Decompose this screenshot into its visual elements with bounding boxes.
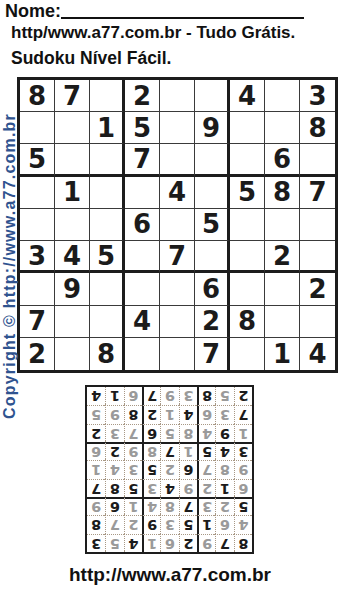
main-cell-r6c5: 7 (160, 241, 195, 273)
solution-cell-r6c1: 3 (234, 442, 252, 460)
main-cell-r5c5 (160, 209, 195, 241)
solution-cell-r5c6: 5 (142, 460, 160, 478)
main-cell-r9c2 (55, 338, 90, 370)
main-cell-r6c8: 2 (265, 241, 300, 273)
solution-cell-r1c4: 2 (179, 534, 197, 552)
main-cell-r8c9 (300, 306, 335, 338)
solution-cell-r4c1: 6 (234, 479, 252, 497)
solution-cell-r5c3: 7 (197, 460, 215, 478)
solution-cell-r1c1: 8 (234, 534, 252, 552)
copyright-text: Copyright © http://www.a77.com.br (1, 81, 19, 451)
main-cell-r2c1 (20, 112, 55, 144)
main-cell-r9c6: 7 (195, 338, 230, 370)
solution-cell-r6c7: 9 (124, 442, 142, 460)
solution-cell-r1c5: 6 (160, 534, 178, 552)
main-cell-r4c5: 4 (160, 177, 195, 209)
solution-cell-r9c1: 2 (234, 387, 252, 405)
main-cell-r8c4: 4 (125, 306, 160, 338)
main-cell-r9c4 (125, 338, 160, 370)
solution-cell-r2c4: 5 (179, 515, 197, 533)
solution-cell-r3c6: 4 (142, 497, 160, 515)
solution-cell-r1c9: 3 (87, 534, 105, 552)
site-header-text: http/www.a77.com.br - Tudo Grátis. (11, 23, 295, 43)
main-cell-r2c8 (265, 112, 300, 144)
main-cell-r3c4: 7 (125, 144, 160, 176)
solution-cell-r8c2: 3 (215, 405, 233, 423)
sudoku-worksheet-page: { "game": "sudoku", "position": "87.2..4… (0, 0, 340, 596)
solution-cell-r2c7: 2 (124, 515, 142, 533)
solution-cell-r5c8: 4 (105, 460, 123, 478)
main-cell-r7c6: 6 (195, 273, 230, 305)
solution-cell-r5c9: 1 (87, 460, 105, 478)
solution-cell-r9c4: 3 (179, 387, 197, 405)
solution-cell-r9c7: 6 (124, 387, 142, 405)
main-cell-r3c6 (195, 144, 230, 176)
solution-cell-r6c4: 1 (179, 442, 197, 460)
solution-cell-r4c4: 9 (179, 479, 197, 497)
main-cell-r8c8 (265, 306, 300, 338)
solution-cell-r1c7: 4 (124, 534, 142, 552)
main-cell-r5c9 (300, 209, 335, 241)
main-cell-r8c6: 2 (195, 306, 230, 338)
footer-url: http://www.a77.com.br (0, 564, 340, 586)
main-cell-r1c7: 4 (230, 80, 265, 112)
main-cell-r7c8 (265, 273, 300, 305)
main-cell-r2c2 (55, 112, 90, 144)
main-cell-r3c3 (90, 144, 125, 176)
solution-cell-r5c5: 2 (160, 460, 178, 478)
solution-cell-r7c2: 9 (215, 424, 233, 442)
solution-cell-r2c3: 1 (197, 515, 215, 533)
solution-cell-r3c3: 3 (197, 497, 215, 515)
main-cell-r6c4 (125, 241, 160, 273)
main-cell-r5c3 (90, 209, 125, 241)
solution-cell-r8c8: 9 (105, 405, 123, 423)
main-cell-r9c5 (160, 338, 195, 370)
main-cell-r4c1 (20, 177, 55, 209)
solution-cell-r7c9: 2 (87, 424, 105, 442)
solution-cell-r6c6: 8 (142, 442, 160, 460)
main-cell-r1c3 (90, 80, 125, 112)
difficulty-title: Sudoku Nível Fácil. (11, 48, 171, 69)
solution-cell-r2c8: 7 (105, 515, 123, 533)
solution-cell-r6c3: 5 (197, 442, 215, 460)
solution-grid: 8792614534615392785237841696129435879876… (85, 385, 254, 554)
solution-cell-r3c7: 1 (124, 497, 142, 515)
solution-cell-r3c4: 7 (179, 497, 197, 515)
main-cell-r7c5 (160, 273, 195, 305)
solution-cell-r9c8: 1 (105, 387, 123, 405)
main-cell-r7c2: 9 (55, 273, 90, 305)
solution-cell-r4c2: 1 (215, 479, 233, 497)
solution-cell-r6c8: 2 (105, 442, 123, 460)
solution-cell-r4c3: 2 (197, 479, 215, 497)
main-cell-r2c4: 5 (125, 112, 160, 144)
solution-cell-r9c5: 9 (160, 387, 178, 405)
main-sudoku-grid: 872431598576145876534572962742828714 (17, 77, 338, 373)
main-cell-r8c1: 7 (20, 306, 55, 338)
main-cell-r3c9 (300, 144, 335, 176)
main-cell-r2c7 (230, 112, 265, 144)
main-cell-r9c8: 1 (265, 338, 300, 370)
main-cell-r3c2 (55, 144, 90, 176)
solution-cell-r5c7: 3 (124, 460, 142, 478)
name-blank-line (61, 1, 304, 19)
solution-cell-r8c1: 7 (234, 405, 252, 423)
solution-cell-r4c5: 4 (160, 479, 178, 497)
main-cell-r4c6 (195, 177, 230, 209)
main-cell-r1c2: 7 (55, 80, 90, 112)
main-cell-r7c1 (20, 273, 55, 305)
solution-cell-r8c6: 2 (142, 405, 160, 423)
solution-cell-r7c5: 5 (160, 424, 178, 442)
main-cell-r7c3 (90, 273, 125, 305)
main-cell-r4c9: 7 (300, 177, 335, 209)
main-cell-r8c7: 8 (230, 306, 265, 338)
main-cell-r4c7: 5 (230, 177, 265, 209)
solution-cell-r4c6: 3 (142, 479, 160, 497)
solution-cell-r6c9: 6 (87, 442, 105, 460)
solution-cell-r8c7: 8 (124, 405, 142, 423)
solution-cell-r9c9: 4 (87, 387, 105, 405)
solution-cell-r8c5: 1 (160, 405, 178, 423)
main-cell-r5c6: 5 (195, 209, 230, 241)
solution-cell-r4c8: 8 (105, 479, 123, 497)
solution-cell-r3c5: 8 (160, 497, 178, 515)
main-cell-r3c7 (230, 144, 265, 176)
solution-cell-r2c9: 8 (87, 515, 105, 533)
solution-cell-r9c6: 7 (142, 387, 160, 405)
solution-cell-r7c1: 1 (234, 424, 252, 442)
solution-cell-r1c8: 5 (105, 534, 123, 552)
solution-cell-r3c1: 5 (234, 497, 252, 515)
main-cell-r6c6 (195, 241, 230, 273)
solution-cell-r4c7: 5 (124, 479, 142, 497)
solution-cell-r5c1: 9 (234, 460, 252, 478)
main-cell-r4c2: 1 (55, 177, 90, 209)
main-cell-r8c2 (55, 306, 90, 338)
main-cell-r3c8: 6 (265, 144, 300, 176)
main-cell-r6c9 (300, 241, 335, 273)
solution-cell-r2c6: 9 (142, 515, 160, 533)
solution-cell-r7c7: 7 (124, 424, 142, 442)
main-cell-r5c2 (55, 209, 90, 241)
solution-cell-r8c3: 6 (197, 405, 215, 423)
main-cell-r2c5 (160, 112, 195, 144)
solution-cell-r3c8: 6 (105, 497, 123, 515)
main-cell-r9c3: 8 (90, 338, 125, 370)
main-cell-r7c4 (125, 273, 160, 305)
solution-cell-r8c4: 4 (179, 405, 197, 423)
main-cell-r9c1: 2 (20, 338, 55, 370)
solution-cell-r5c4: 6 (179, 460, 197, 478)
solution-cell-r3c9: 9 (87, 497, 105, 515)
main-cell-r5c4: 6 (125, 209, 160, 241)
main-cell-r8c3 (90, 306, 125, 338)
solution-cell-r9c2: 5 (215, 387, 233, 405)
solution-cell-r7c3: 4 (197, 424, 215, 442)
main-cell-r3c5 (160, 144, 195, 176)
main-cell-r5c7 (230, 209, 265, 241)
main-cell-r7c9: 2 (300, 273, 335, 305)
main-cell-r8c5 (160, 306, 195, 338)
solution-cell-r7c6: 6 (142, 424, 160, 442)
solution-cell-r1c6: 1 (142, 534, 160, 552)
solution-cell-r7c4: 8 (179, 424, 197, 442)
main-cell-r6c2: 4 (55, 241, 90, 273)
solution-cell-r3c2: 2 (215, 497, 233, 515)
main-cell-r9c9: 4 (300, 338, 335, 370)
main-cell-r6c1: 3 (20, 241, 55, 273)
main-cell-r4c3 (90, 177, 125, 209)
main-cell-r7c7 (230, 273, 265, 305)
main-cell-r1c5 (160, 80, 195, 112)
solution-cell-r1c2: 7 (215, 534, 233, 552)
main-cell-r5c8 (265, 209, 300, 241)
main-cell-r5c1 (20, 209, 55, 241)
main-cell-r1c1: 8 (20, 80, 55, 112)
main-cell-r1c6 (195, 80, 230, 112)
solution-cell-r6c2: 4 (215, 442, 233, 460)
main-cell-r6c7 (230, 241, 265, 273)
main-cell-r1c4: 2 (125, 80, 160, 112)
main-cell-r9c7 (230, 338, 265, 370)
main-cell-r1c8 (265, 80, 300, 112)
solution-cell-r8c9: 5 (87, 405, 105, 423)
solution-cell-r5c2: 8 (215, 460, 233, 478)
solution-cell-r6c5: 7 (160, 442, 178, 460)
main-cell-r3c1: 5 (20, 144, 55, 176)
solution-cell-r1c3: 9 (197, 534, 215, 552)
solution-cell-r2c2: 6 (215, 515, 233, 533)
solution-cell-r4c9: 7 (87, 479, 105, 497)
main-cell-r6c3: 5 (90, 241, 125, 273)
main-cell-r4c4 (125, 177, 160, 209)
main-cell-r4c8: 8 (265, 177, 300, 209)
main-cell-r2c9: 8 (300, 112, 335, 144)
solution-cell-r9c3: 8 (197, 387, 215, 405)
main-cell-r2c6: 9 (195, 112, 230, 144)
name-label: Nome: (5, 1, 61, 22)
solution-cell-r2c1: 4 (234, 515, 252, 533)
solution-cell-r7c8: 3 (105, 424, 123, 442)
main-cell-r1c9: 3 (300, 80, 335, 112)
solution-cell-r2c5: 3 (160, 515, 178, 533)
main-cell-r2c3: 1 (90, 112, 125, 144)
